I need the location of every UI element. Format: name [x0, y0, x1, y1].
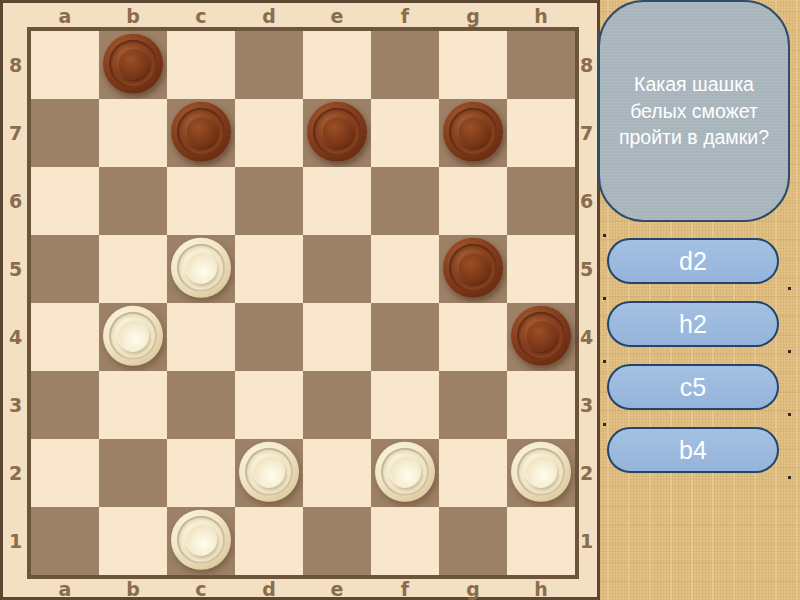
board-square: [303, 507, 371, 575]
file-label: c: [167, 576, 235, 600]
board-square: [167, 371, 235, 439]
board-square: [439, 303, 507, 371]
board-square: [99, 371, 167, 439]
board-square: [167, 31, 235, 99]
board-square: [235, 235, 303, 303]
checker-white-man: [375, 442, 435, 502]
rank-labels-left: 87654321: [3, 31, 28, 575]
board-square: [167, 507, 235, 575]
board-square: [303, 371, 371, 439]
answer-button-b4[interactable]: b4: [607, 427, 779, 473]
file-label: c: [167, 3, 235, 28]
question-text: Какая шашка белых сможет пройти в дамки?: [616, 71, 772, 152]
file-label: f: [371, 576, 439, 600]
board-square: [99, 235, 167, 303]
rank-label: 2: [3, 439, 28, 507]
checker-ring: [517, 448, 565, 496]
checker-dome: [185, 252, 217, 284]
checker-ring: [109, 40, 157, 88]
checker-ring: [177, 244, 225, 292]
answer-button-h2[interactable]: h2: [607, 301, 779, 347]
rank-label: 1: [3, 507, 28, 575]
checker-white-man: [171, 238, 231, 298]
board-square: [167, 99, 235, 167]
marker-dot: [603, 360, 606, 363]
board-grid: [27, 27, 579, 579]
board-square: [507, 99, 575, 167]
board-square: [507, 507, 575, 575]
board-square: [235, 303, 303, 371]
board-square: [99, 167, 167, 235]
quiz-slide: abcdefgh abcdefgh 87654321 87654321 Кака…: [0, 0, 800, 600]
board-square: [99, 439, 167, 507]
marker-dot: [788, 476, 791, 479]
board-square: [167, 439, 235, 507]
board-square: [439, 235, 507, 303]
file-label: a: [31, 3, 99, 28]
file-label: g: [439, 576, 507, 600]
rank-label: 3: [3, 371, 28, 439]
rank-label: 7: [3, 99, 28, 167]
file-labels-top: abcdefgh: [31, 3, 575, 28]
rank-label: 6: [3, 167, 28, 235]
board-square: [439, 167, 507, 235]
checker-ring: [177, 516, 225, 564]
board-square: [303, 303, 371, 371]
checker-dome: [389, 456, 421, 488]
checker-black-man: [307, 102, 367, 162]
marker-dot: [788, 287, 791, 290]
checker-ring: [177, 108, 225, 156]
checker-dome: [457, 116, 489, 148]
checker-dome: [457, 252, 489, 284]
file-label: b: [99, 576, 167, 600]
answer-button-c5[interactable]: c5: [607, 364, 779, 410]
board-square: [99, 507, 167, 575]
board-square: [99, 99, 167, 167]
checker-ring: [449, 244, 497, 292]
marker-dot: [603, 423, 606, 426]
board-square: [439, 439, 507, 507]
board-square: [439, 507, 507, 575]
checker-black-man: [171, 102, 231, 162]
file-label: d: [235, 576, 303, 600]
board-square: [235, 99, 303, 167]
board-square: [371, 235, 439, 303]
file-label: a: [31, 576, 99, 600]
board-square: [507, 235, 575, 303]
board-square: [235, 371, 303, 439]
rank-label: 5: [3, 235, 28, 303]
file-label: f: [371, 3, 439, 28]
board-square: [371, 507, 439, 575]
file-label: e: [303, 3, 371, 28]
board-square: [303, 439, 371, 507]
board-square: [167, 235, 235, 303]
marker-dot: [603, 297, 606, 300]
file-labels-bottom: abcdefgh: [31, 576, 575, 600]
checker-white-man: [103, 306, 163, 366]
answer-button-d2[interactable]: d2: [607, 238, 779, 284]
checker-dome: [185, 116, 217, 148]
file-label: b: [99, 3, 167, 28]
checker-ring: [109, 312, 157, 360]
question-card: Какая шашка белых сможет пройти в дамки?: [598, 0, 790, 222]
checker-dome: [525, 320, 557, 352]
board-square: [167, 303, 235, 371]
checker-dome: [117, 320, 149, 352]
board-square: [31, 167, 99, 235]
board-square: [507, 439, 575, 507]
board-square: [303, 31, 371, 99]
board-square: [507, 303, 575, 371]
board-square: [439, 99, 507, 167]
board-square: [303, 167, 371, 235]
marker-dot: [788, 350, 791, 353]
quiz-panel: Какая шашка белых сможет пройти в дамки?…: [600, 0, 800, 600]
board-square: [439, 371, 507, 439]
board-square: [31, 439, 99, 507]
checker-ring: [517, 312, 565, 360]
marker-dot: [603, 234, 606, 237]
checker-black-man: [511, 306, 571, 366]
checker-dome: [525, 456, 557, 488]
checker-ring: [313, 108, 361, 156]
board-square: [303, 99, 371, 167]
file-label: g: [439, 3, 507, 28]
checker-black-man: [443, 238, 503, 298]
board-square: [371, 371, 439, 439]
board-square: [371, 439, 439, 507]
board-square: [439, 31, 507, 99]
board-square: [31, 235, 99, 303]
board-square: [235, 507, 303, 575]
board-square: [31, 303, 99, 371]
board-square: [507, 167, 575, 235]
checker-ring: [245, 448, 293, 496]
board-square: [507, 371, 575, 439]
board-square: [235, 31, 303, 99]
checker-dome: [321, 116, 353, 148]
board-square: [31, 31, 99, 99]
board-square: [303, 235, 371, 303]
board-square: [371, 303, 439, 371]
board-square: [31, 507, 99, 575]
checker-white-man: [171, 510, 231, 570]
board-square: [371, 99, 439, 167]
checker-white-man: [511, 442, 571, 502]
checker-ring: [381, 448, 429, 496]
checker-dome: [117, 48, 149, 80]
checker-black-man: [443, 102, 503, 162]
file-label: e: [303, 576, 371, 600]
board-square: [99, 31, 167, 99]
checker-white-man: [239, 442, 299, 502]
board-square: [31, 99, 99, 167]
board-square: [371, 167, 439, 235]
board-square: [99, 303, 167, 371]
rank-label: 8: [3, 31, 28, 99]
rank-label: 4: [3, 303, 28, 371]
board-square: [507, 31, 575, 99]
checkers-board: abcdefgh abcdefgh 87654321 87654321: [0, 0, 600, 600]
board-square: [167, 167, 235, 235]
board-square: [371, 31, 439, 99]
file-label: d: [235, 3, 303, 28]
checker-black-man: [103, 34, 163, 94]
file-label: h: [507, 3, 575, 28]
board-square: [235, 167, 303, 235]
checker-ring: [449, 108, 497, 156]
marker-dot: [788, 413, 791, 416]
board-square: [31, 371, 99, 439]
checker-dome: [253, 456, 285, 488]
checker-dome: [185, 524, 217, 556]
board-square: [235, 439, 303, 507]
file-label: h: [507, 576, 575, 600]
